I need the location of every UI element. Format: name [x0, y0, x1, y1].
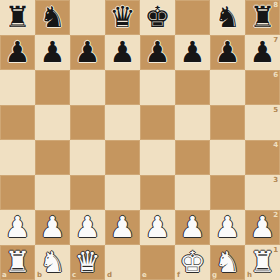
square-d8[interactable]: ♛ [105, 0, 140, 35]
square-g2[interactable]: ♟ [210, 210, 245, 245]
square-f5[interactable] [175, 105, 210, 140]
square-e7[interactable]: ♟ [140, 35, 175, 70]
piece-white-pawn[interactable]: ♟ [210, 210, 245, 245]
square-f7[interactable]: ♟ [175, 35, 210, 70]
piece-black-pawn[interactable]: ♟ [35, 35, 70, 70]
square-b4[interactable] [35, 140, 70, 175]
square-a4[interactable] [0, 140, 35, 175]
piece-white-pawn[interactable]: ♟ [245, 210, 280, 245]
rank-label-6: 6 [273, 71, 278, 79]
square-b3[interactable] [35, 175, 70, 210]
piece-white-pawn[interactable]: ♟ [0, 210, 35, 245]
square-h5[interactable]: 5 [245, 105, 280, 140]
square-g4[interactable] [210, 140, 245, 175]
rank-label-3: 3 [273, 176, 278, 184]
square-f4[interactable] [175, 140, 210, 175]
square-d4[interactable] [105, 140, 140, 175]
file-label-e: e [142, 271, 147, 279]
piece-black-knight[interactable]: ♞ [35, 0, 70, 35]
square-c4[interactable] [70, 140, 105, 175]
square-e1[interactable]: e [140, 245, 175, 280]
piece-black-pawn[interactable]: ♟ [175, 35, 210, 70]
square-h4[interactable]: 4 [245, 140, 280, 175]
square-f1[interactable]: ♚f [175, 245, 210, 280]
piece-black-rook[interactable]: ♜ [0, 0, 35, 35]
square-f3[interactable] [175, 175, 210, 210]
square-e2[interactable]: ♟ [140, 210, 175, 245]
square-b7[interactable]: ♟ [35, 35, 70, 70]
piece-black-pawn[interactable]: ♟ [105, 35, 140, 70]
square-g7[interactable]: ♟ [210, 35, 245, 70]
square-f6[interactable] [175, 70, 210, 105]
square-d7[interactable]: ♟ [105, 35, 140, 70]
square-a3[interactable] [0, 175, 35, 210]
piece-black-rook[interactable]: ♜ [245, 0, 280, 35]
square-g6[interactable] [210, 70, 245, 105]
square-g3[interactable] [210, 175, 245, 210]
piece-black-pawn[interactable]: ♟ [245, 35, 280, 70]
piece-black-pawn[interactable]: ♟ [0, 35, 35, 70]
square-f8[interactable] [175, 0, 210, 35]
piece-black-pawn[interactable]: ♟ [210, 35, 245, 70]
square-e8[interactable]: ♚ [140, 0, 175, 35]
square-g8[interactable]: ♞ [210, 0, 245, 35]
square-h3[interactable]: 3 [245, 175, 280, 210]
square-a5[interactable] [0, 105, 35, 140]
square-g1[interactable]: ♞g [210, 245, 245, 280]
square-b1[interactable]: ♞b [35, 245, 70, 280]
piece-white-pawn[interactable]: ♟ [70, 210, 105, 245]
square-d1[interactable]: d [105, 245, 140, 280]
square-h2[interactable]: ♟2 [245, 210, 280, 245]
piece-black-king[interactable]: ♚ [140, 0, 175, 35]
rank-label-5: 5 [273, 106, 278, 114]
square-d2[interactable]: ♟ [105, 210, 140, 245]
square-c8[interactable] [70, 0, 105, 35]
piece-white-king[interactable]: ♚ [175, 245, 210, 280]
piece-white-knight[interactable]: ♞ [35, 245, 70, 280]
chess-board: ♜♞♛♚♞♜8♟♟♟♟♟♟♟♟76543♟♟♟♟♟♟♟♟2♜a♞b♛cde♚f♞… [0, 0, 280, 280]
piece-black-knight[interactable]: ♞ [210, 0, 245, 35]
square-e5[interactable] [140, 105, 175, 140]
piece-white-rook[interactable]: ♜ [0, 245, 35, 280]
rank-label-4: 4 [273, 141, 278, 149]
piece-white-knight[interactable]: ♞ [210, 245, 245, 280]
piece-white-rook[interactable]: ♜ [245, 245, 280, 280]
square-h7[interactable]: ♟7 [245, 35, 280, 70]
square-b2[interactable]: ♟ [35, 210, 70, 245]
square-c5[interactable] [70, 105, 105, 140]
square-d5[interactable] [105, 105, 140, 140]
square-c6[interactable] [70, 70, 105, 105]
square-e6[interactable] [140, 70, 175, 105]
square-a6[interactable] [0, 70, 35, 105]
square-b8[interactable]: ♞ [35, 0, 70, 35]
square-e3[interactable] [140, 175, 175, 210]
square-c3[interactable] [70, 175, 105, 210]
square-b5[interactable] [35, 105, 70, 140]
square-h1[interactable]: ♜1h [245, 245, 280, 280]
square-a1[interactable]: ♜a [0, 245, 35, 280]
square-d6[interactable] [105, 70, 140, 105]
square-f2[interactable]: ♟ [175, 210, 210, 245]
square-c1[interactable]: ♛c [70, 245, 105, 280]
square-g5[interactable] [210, 105, 245, 140]
piece-white-pawn[interactable]: ♟ [105, 210, 140, 245]
square-e4[interactable] [140, 140, 175, 175]
piece-black-pawn[interactable]: ♟ [140, 35, 175, 70]
square-b6[interactable] [35, 70, 70, 105]
square-h6[interactable]: 6 [245, 70, 280, 105]
square-d3[interactable] [105, 175, 140, 210]
piece-white-pawn[interactable]: ♟ [175, 210, 210, 245]
piece-black-pawn[interactable]: ♟ [70, 35, 105, 70]
square-h8[interactable]: ♜8 [245, 0, 280, 35]
square-a7[interactable]: ♟ [0, 35, 35, 70]
piece-white-pawn[interactable]: ♟ [140, 210, 175, 245]
piece-black-queen[interactable]: ♛ [105, 0, 140, 35]
square-a2[interactable]: ♟ [0, 210, 35, 245]
square-c2[interactable]: ♟ [70, 210, 105, 245]
file-label-d: d [107, 271, 112, 279]
square-a8[interactable]: ♜ [0, 0, 35, 35]
piece-white-queen[interactable]: ♛ [70, 245, 105, 280]
piece-white-pawn[interactable]: ♟ [35, 210, 70, 245]
square-c7[interactable]: ♟ [70, 35, 105, 70]
